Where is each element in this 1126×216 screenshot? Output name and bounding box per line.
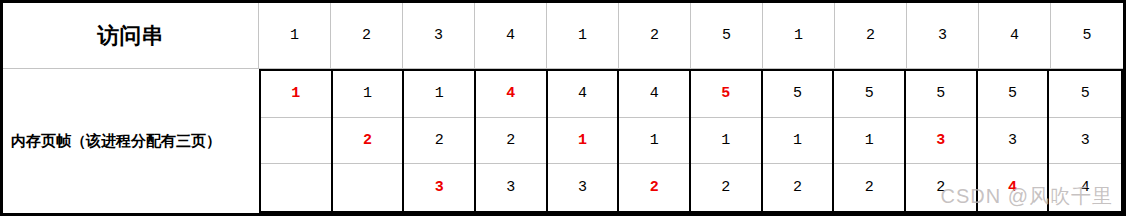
frame-cell: 1 [548, 118, 618, 165]
memory-frames-grid: 1 1 2 1 2 3 4 2 3 4 1 3 [259, 69, 1123, 213]
frame-column-6: 4 1 2 [619, 71, 691, 211]
access-cell-12: 5 [1051, 3, 1123, 69]
access-cell-5: 1 [547, 3, 619, 69]
frame-cell: 2 [476, 118, 546, 165]
access-cell-9: 2 [835, 3, 907, 69]
frame-cell: 2 [691, 164, 761, 211]
frame-cell: 5 [906, 71, 976, 118]
frame-cell: 3 [906, 118, 976, 165]
access-cell-7: 5 [691, 3, 763, 69]
frame-column-2: 1 2 [333, 71, 405, 211]
frame-cell: 4 [548, 71, 618, 118]
frame-cell: 4 [476, 71, 546, 118]
frame-cell: 5 [978, 71, 1048, 118]
access-cell-8: 1 [763, 3, 835, 69]
frame-cell: 2 [763, 164, 833, 211]
frame-cell [261, 164, 331, 211]
frame-cell: 3 [476, 164, 546, 211]
frame-column-4: 4 2 3 [476, 71, 548, 211]
frame-cell: 4 [619, 71, 689, 118]
frame-cell [261, 118, 331, 165]
access-cell-10: 3 [907, 3, 979, 69]
access-cell-2: 2 [331, 3, 403, 69]
access-cell-4: 4 [475, 3, 547, 69]
frame-cell: 1 [619, 118, 689, 165]
frame-cell: 3 [1049, 118, 1121, 165]
frame-cell: 1 [834, 118, 904, 165]
access-cell-11: 4 [979, 3, 1051, 69]
frame-cell: 2 [404, 118, 474, 165]
frame-cell: 2 [619, 164, 689, 211]
frame-column-9: 5 1 2 [834, 71, 906, 211]
access-string-label: 访问串 [3, 3, 259, 69]
frame-column-12: 5 3 4 [1049, 71, 1121, 211]
frame-cell: 4 [978, 164, 1048, 211]
frame-cell: 5 [691, 71, 761, 118]
frame-column-5: 4 1 3 [548, 71, 620, 211]
memory-frames-label: 内存页帧（该进程分配有三页） [3, 69, 259, 213]
frame-cell: 1 [691, 118, 761, 165]
frame-cell: 3 [548, 164, 618, 211]
frame-cell: 5 [1049, 71, 1121, 118]
frame-column-3: 1 2 3 [404, 71, 476, 211]
frame-cell: 1 [763, 118, 833, 165]
access-cell-6: 2 [619, 3, 691, 69]
access-string-row: 访问串 1 2 3 4 1 2 5 1 2 3 4 5 [3, 3, 1123, 69]
frame-column-11: 5 3 4 [978, 71, 1050, 211]
frame-cell: 5 [834, 71, 904, 118]
frame-cell: 3 [978, 118, 1048, 165]
memory-frames-row: 内存页帧（该进程分配有三页） 1 1 2 1 2 3 4 2 3 [3, 69, 1123, 213]
frame-column-7: 5 1 2 [691, 71, 763, 211]
access-cell-3: 3 [403, 3, 475, 69]
frame-cell: 2 [906, 164, 976, 211]
frame-cell [333, 164, 403, 211]
frame-cell: 1 [333, 71, 403, 118]
frame-column-8: 5 1 2 [763, 71, 835, 211]
access-cell-1: 1 [259, 3, 331, 69]
frame-cell: 1 [404, 71, 474, 118]
frame-column-10: 5 3 2 [906, 71, 978, 211]
frame-cell: 4 [1049, 164, 1121, 211]
frame-cell: 5 [763, 71, 833, 118]
frame-cell: 3 [404, 164, 474, 211]
frame-cell: 2 [834, 164, 904, 211]
frame-cell: 2 [333, 118, 403, 165]
frame-cell: 1 [261, 71, 331, 118]
frame-column-1: 1 [261, 71, 333, 211]
lru-page-replacement-table: 访问串 1 2 3 4 1 2 5 1 2 3 4 5 内存页帧（该进程分配有三… [0, 0, 1126, 216]
